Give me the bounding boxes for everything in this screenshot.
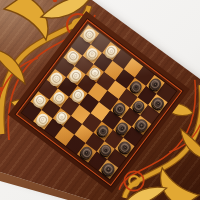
photo-background [0,0,200,200]
